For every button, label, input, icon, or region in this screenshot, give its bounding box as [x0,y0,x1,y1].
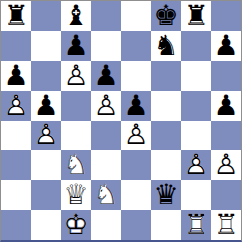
square-c5[interactable] [61,91,91,121]
square-f5[interactable] [151,91,181,121]
square-c8[interactable]: ♝ [61,1,91,31]
square-a4[interactable] [1,121,31,151]
square-g6[interactable] [181,61,211,91]
square-a6[interactable]: ♟ [1,61,31,91]
square-a2[interactable] [1,180,31,210]
piece-white-pawn: ♟♙ [61,61,91,91]
square-a7[interactable] [1,31,31,61]
piece-black-king: ♚ [151,1,181,31]
piece-glyph: ♟ [1,61,31,91]
square-g2[interactable] [181,180,211,210]
piece-glyph: ♞ [151,31,181,61]
square-c4[interactable] [61,121,91,151]
square-e1[interactable] [121,210,151,240]
square-f7[interactable]: ♞ [151,31,181,61]
square-a8[interactable]: ♜ [1,1,31,31]
piece-glyph: ♜ [181,1,211,31]
square-e4[interactable]: ♟♙ [121,121,151,151]
square-b2[interactable] [31,180,61,210]
square-d6[interactable]: ♟ [91,61,121,91]
piece-white-pawn: ♟♙ [181,150,211,180]
square-h7[interactable]: ♟ [211,31,241,61]
piece-glyph: ♟ [121,91,151,121]
piece-glyph: ♟ [31,91,61,121]
square-h3[interactable]: ♟♙ [211,150,241,180]
square-d4[interactable] [91,121,121,151]
square-e2[interactable] [121,180,151,210]
piece-outline-layer: ♙ [61,61,91,91]
piece-outline-layer: ♕ [61,180,91,210]
chess-board: ♜♝♚♜♟♞♟♟♟♙♟♟♙♟♟♙♟♟♟♙♟♙♞♘♟♙♟♙♛♕♞♘♛♚♔♜♖♜♖ [0,0,242,242]
piece-white-pawn: ♟♙ [91,91,121,121]
square-h1[interactable]: ♜♖ [211,210,241,240]
piece-outline-layer: ♙ [121,121,151,151]
square-b8[interactable] [31,1,61,31]
square-h6[interactable] [211,61,241,91]
piece-glyph: ♟ [211,91,241,121]
square-e6[interactable] [121,61,151,91]
piece-outline-layer: ♘ [61,150,91,180]
square-d1[interactable] [91,210,121,240]
piece-white-pawn: ♟♙ [31,121,61,151]
piece-white-king: ♚♔ [61,210,91,240]
piece-glyph: ♜ [1,1,31,31]
piece-black-pawn: ♟ [61,31,91,61]
piece-white-knight: ♞♘ [61,150,91,180]
square-a5[interactable]: ♟♙ [1,91,31,121]
square-h2[interactable] [211,180,241,210]
square-f3[interactable] [151,150,181,180]
square-h8[interactable] [211,1,241,31]
piece-glyph: ♚ [151,1,181,31]
piece-outline-layer: ♙ [91,91,121,121]
piece-black-queen: ♛ [151,180,181,210]
piece-white-queen: ♛♕ [61,180,91,210]
piece-glyph: ♟ [91,61,121,91]
piece-outline-layer: ♘ [91,180,121,210]
square-e5[interactable]: ♟ [121,91,151,121]
square-c3[interactable]: ♞♘ [61,150,91,180]
square-c7[interactable]: ♟ [61,31,91,61]
square-d8[interactable] [91,1,121,31]
square-b7[interactable] [31,31,61,61]
piece-white-rook: ♜♖ [181,210,211,240]
square-g8[interactable]: ♜ [181,1,211,31]
square-d2[interactable]: ♞♘ [91,180,121,210]
piece-black-bishop: ♝ [61,1,91,31]
piece-black-pawn: ♟ [211,91,241,121]
square-b1[interactable] [31,210,61,240]
square-b5[interactable]: ♟ [31,91,61,121]
piece-outline-layer: ♖ [211,210,241,240]
piece-black-pawn: ♟ [211,31,241,61]
square-g7[interactable] [181,31,211,61]
piece-white-knight: ♞♘ [91,180,121,210]
piece-black-pawn: ♟ [121,91,151,121]
piece-black-pawn: ♟ [1,61,31,91]
square-c2[interactable]: ♛♕ [61,180,91,210]
piece-white-pawn: ♟♙ [121,121,151,151]
square-f4[interactable] [151,121,181,151]
square-g4[interactable] [181,121,211,151]
square-a1[interactable] [1,210,31,240]
piece-black-rook: ♜ [181,1,211,31]
square-h5[interactable]: ♟ [211,91,241,121]
piece-outline-layer: ♙ [1,91,31,121]
piece-glyph: ♟ [61,31,91,61]
piece-white-pawn: ♟♙ [211,150,241,180]
piece-outline-layer: ♙ [31,121,61,151]
piece-black-knight: ♞ [151,31,181,61]
square-g5[interactable] [181,91,211,121]
square-f8[interactable]: ♚ [151,1,181,31]
piece-outline-layer: ♙ [181,150,211,180]
square-d3[interactable] [91,150,121,180]
piece-black-pawn: ♟ [91,61,121,91]
square-b6[interactable] [31,61,61,91]
piece-glyph: ♝ [61,1,91,31]
square-e8[interactable] [121,1,151,31]
square-f2[interactable]: ♛ [151,180,181,210]
piece-glyph: ♛ [151,180,181,210]
square-f6[interactable] [151,61,181,91]
square-c1[interactable]: ♚♔ [61,210,91,240]
piece-outline-layer: ♙ [211,150,241,180]
piece-glyph: ♟ [211,31,241,61]
square-e3[interactable] [121,150,151,180]
square-e7[interactable] [121,31,151,61]
square-d7[interactable] [91,31,121,61]
piece-black-rook: ♜ [1,1,31,31]
square-b3[interactable] [31,150,61,180]
piece-black-pawn: ♟ [31,91,61,121]
square-d5[interactable]: ♟♙ [91,91,121,121]
square-g1[interactable]: ♜♖ [181,210,211,240]
square-a3[interactable] [1,150,31,180]
square-g3[interactable]: ♟♙ [181,150,211,180]
piece-outline-layer: ♖ [181,210,211,240]
square-b4[interactable]: ♟♙ [31,121,61,151]
piece-white-pawn: ♟♙ [1,91,31,121]
square-f1[interactable] [151,210,181,240]
square-h4[interactable] [211,121,241,151]
piece-outline-layer: ♔ [61,210,91,240]
piece-white-rook: ♜♖ [211,210,241,240]
square-c6[interactable]: ♟♙ [61,61,91,91]
